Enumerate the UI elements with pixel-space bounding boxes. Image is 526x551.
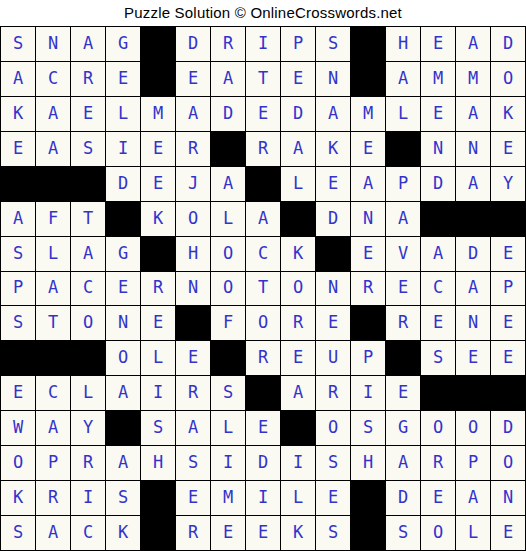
- letter-cell-r2c12: A: [386, 62, 420, 96]
- letter-cell-r11c5: I: [141, 376, 175, 410]
- block-cell-r10c3: [71, 341, 105, 375]
- letter-cell-r8c8: T: [246, 272, 280, 306]
- letter-cell-r15c9: K: [281, 516, 315, 550]
- letter-cell-r7c6: H: [176, 237, 210, 271]
- block-cell-r1c5: [141, 27, 175, 61]
- letter-cell-r4c6: R: [176, 132, 210, 166]
- letter-cell-r2c1: A: [1, 62, 35, 96]
- letter-cell-r11c6: R: [176, 376, 210, 410]
- letter-cell-r8c7: O: [211, 272, 245, 306]
- letter-cell-r9c3: O: [71, 306, 105, 340]
- block-cell-r11c14: [456, 376, 490, 410]
- letter-cell-r13c11: H: [351, 446, 385, 480]
- letter-cell-r15c3: C: [71, 516, 105, 550]
- block-cell-r2c11: [351, 62, 385, 96]
- crossword-grid: SNAGDRIPSHEADACREEATENAMMOKAELMADEDAMLEA…: [0, 26, 526, 551]
- block-cell-r11c15: [491, 376, 525, 410]
- letter-cell-r7c8: C: [246, 237, 280, 271]
- letter-cell-r13c6: S: [176, 446, 210, 480]
- letter-cell-r2c10: N: [316, 62, 350, 96]
- letter-cell-r11c4: A: [106, 376, 140, 410]
- block-cell-r10c12: [386, 341, 420, 375]
- letter-cell-r5c7: A: [211, 167, 245, 201]
- letter-cell-r14c7: M: [211, 481, 245, 515]
- letter-cell-r10c6: E: [176, 341, 210, 375]
- letter-cell-r13c7: I: [211, 446, 245, 480]
- letter-cell-r2c7: A: [211, 62, 245, 96]
- letter-cell-r9c13: E: [421, 306, 455, 340]
- letter-cell-r11c10: R: [316, 376, 350, 410]
- letter-cell-r4c3: S: [71, 132, 105, 166]
- letter-cell-r14c13: E: [421, 481, 455, 515]
- block-cell-r4c7: [211, 132, 245, 166]
- letter-cell-r8c15: P: [491, 272, 525, 306]
- block-cell-r9c6: [176, 306, 210, 340]
- block-cell-r2c5: [141, 62, 175, 96]
- letter-cell-r13c15: O: [491, 446, 525, 480]
- letter-cell-r13c8: D: [246, 446, 280, 480]
- letter-cell-r6c1: A: [1, 202, 35, 236]
- letter-cell-r12c3: Y: [71, 411, 105, 445]
- block-cell-r5c1: [1, 167, 35, 201]
- letter-cell-r4c9: A: [281, 132, 315, 166]
- letter-cell-r12c7: L: [211, 411, 245, 445]
- letter-cell-r4c5: E: [141, 132, 175, 166]
- letter-cell-r7c7: O: [211, 237, 245, 271]
- letter-cell-r3c11: M: [351, 97, 385, 131]
- block-cell-r14c5: [141, 481, 175, 515]
- letter-cell-r13c10: S: [316, 446, 350, 480]
- letter-cell-r2c9: E: [281, 62, 315, 96]
- letter-cell-r15c4: K: [106, 516, 140, 550]
- block-cell-r12c4: [106, 411, 140, 445]
- letter-cell-r13c5: H: [141, 446, 175, 480]
- letter-cell-r14c14: A: [456, 481, 490, 515]
- letter-cell-r4c1: E: [1, 132, 35, 166]
- letter-cell-r15c7: E: [211, 516, 245, 550]
- letter-cell-r5c14: A: [456, 167, 490, 201]
- block-cell-r6c15: [491, 202, 525, 236]
- letter-cell-r12c14: O: [456, 411, 490, 445]
- letter-cell-r14c9: L: [281, 481, 315, 515]
- letter-cell-r1c7: R: [211, 27, 245, 61]
- letter-cell-r2c4: E: [106, 62, 140, 96]
- letter-cell-r10c14: E: [456, 341, 490, 375]
- puzzle-title: Puzzle Solution © OnlineCrosswords.net: [0, 0, 526, 26]
- letter-cell-r2c14: M: [456, 62, 490, 96]
- letter-cell-r7c14: D: [456, 237, 490, 271]
- letter-cell-r1c10: S: [316, 27, 350, 61]
- block-cell-r11c13: [421, 376, 455, 410]
- letter-cell-r15c14: L: [456, 516, 490, 550]
- letter-cell-r3c6: A: [176, 97, 210, 131]
- letter-cell-r6c10: D: [316, 202, 350, 236]
- letter-cell-r6c5: K: [141, 202, 175, 236]
- letter-cell-r4c2: A: [36, 132, 70, 166]
- block-cell-r7c5: [141, 237, 175, 271]
- letter-cell-r13c4: A: [106, 446, 140, 480]
- letter-cell-r3c4: L: [106, 97, 140, 131]
- letter-cell-r3c10: A: [316, 97, 350, 131]
- letter-cell-r11c2: C: [36, 376, 70, 410]
- letter-cell-r10c13: S: [421, 341, 455, 375]
- letter-cell-r14c6: E: [176, 481, 210, 515]
- letter-cell-r8c3: C: [71, 272, 105, 306]
- letter-cell-r3c5: M: [141, 97, 175, 131]
- letter-cell-r9c7: F: [211, 306, 245, 340]
- letter-cell-r8c11: R: [351, 272, 385, 306]
- letter-cell-r13c2: P: [36, 446, 70, 480]
- letter-cell-r6c3: T: [71, 202, 105, 236]
- letter-cell-r14c4: S: [106, 481, 140, 515]
- letter-cell-r12c10: O: [316, 411, 350, 445]
- block-cell-r15c11: [351, 516, 385, 550]
- block-cell-r9c11: [351, 306, 385, 340]
- letter-cell-r8c12: E: [386, 272, 420, 306]
- letter-cell-r8c10: N: [316, 272, 350, 306]
- block-cell-r5c8: [246, 167, 280, 201]
- block-cell-r6c14: [456, 202, 490, 236]
- block-cell-r15c5: [141, 516, 175, 550]
- letter-cell-r11c12: E: [386, 376, 420, 410]
- letter-cell-r3c1: K: [1, 97, 35, 131]
- letter-cell-r12c13: O: [421, 411, 455, 445]
- letter-cell-r12c6: A: [176, 411, 210, 445]
- letter-cell-r13c9: I: [281, 446, 315, 480]
- letter-cell-r7c3: A: [71, 237, 105, 271]
- letter-cell-r2c8: T: [246, 62, 280, 96]
- letter-cell-r7c11: E: [351, 237, 385, 271]
- letter-cell-r11c9: A: [281, 376, 315, 410]
- letter-cell-r5c10: E: [316, 167, 350, 201]
- block-cell-r11c8: [246, 376, 280, 410]
- letter-cell-r12c2: A: [36, 411, 70, 445]
- block-cell-r1c11: [351, 27, 385, 61]
- letter-cell-r15c6: R: [176, 516, 210, 550]
- letter-cell-r10c15: E: [491, 341, 525, 375]
- block-cell-r14c11: [351, 481, 385, 515]
- letter-cell-r1c4: G: [106, 27, 140, 61]
- letter-cell-r8c6: N: [176, 272, 210, 306]
- letter-cell-r7c2: L: [36, 237, 70, 271]
- letter-cell-r1c1: S: [1, 27, 35, 61]
- letter-cell-r9c14: N: [456, 306, 490, 340]
- puzzle-page: Puzzle Solution © OnlineCrosswords.net S…: [0, 0, 526, 551]
- letter-cell-r8c1: P: [1, 272, 35, 306]
- letter-cell-r5c11: A: [351, 167, 385, 201]
- letter-cell-r5c5: E: [141, 167, 175, 201]
- letter-cell-r10c4: O: [106, 341, 140, 375]
- letter-cell-r7c4: G: [106, 237, 140, 271]
- letter-cell-r4c13: N: [421, 132, 455, 166]
- letter-cell-r6c7: L: [211, 202, 245, 236]
- letter-cell-r5c4: D: [106, 167, 140, 201]
- letter-cell-r11c3: L: [71, 376, 105, 410]
- letter-cell-r13c14: P: [456, 446, 490, 480]
- letter-cell-r13c3: R: [71, 446, 105, 480]
- letter-cell-r6c11: N: [351, 202, 385, 236]
- letter-cell-r8c4: E: [106, 272, 140, 306]
- block-cell-r10c7: [211, 341, 245, 375]
- letter-cell-r10c5: L: [141, 341, 175, 375]
- letter-cell-r5c12: P: [386, 167, 420, 201]
- letter-cell-r15c10: S: [316, 516, 350, 550]
- letter-cell-r8c14: A: [456, 272, 490, 306]
- letter-cell-r7c9: K: [281, 237, 315, 271]
- letter-cell-r9c9: R: [281, 306, 315, 340]
- letter-cell-r1c15: D: [491, 27, 525, 61]
- letter-cell-r12c15: D: [491, 411, 525, 445]
- letter-cell-r11c11: I: [351, 376, 385, 410]
- letter-cell-r6c12: A: [386, 202, 420, 236]
- letter-cell-r2c15: O: [491, 62, 525, 96]
- letter-cell-r14c12: D: [386, 481, 420, 515]
- letter-cell-r1c14: A: [456, 27, 490, 61]
- letter-cell-r14c8: I: [246, 481, 280, 515]
- letter-cell-r3c3: E: [71, 97, 105, 131]
- letter-cell-r4c10: K: [316, 132, 350, 166]
- letter-cell-r3c12: L: [386, 97, 420, 131]
- letter-cell-r15c13: O: [421, 516, 455, 550]
- letter-cell-r14c10: E: [316, 481, 350, 515]
- letter-cell-r4c4: I: [106, 132, 140, 166]
- block-cell-r4c12: [386, 132, 420, 166]
- block-cell-r5c3: [71, 167, 105, 201]
- letter-cell-r2c6: E: [176, 62, 210, 96]
- letter-cell-r1c8: I: [246, 27, 280, 61]
- letter-cell-r9c15: E: [491, 306, 525, 340]
- letter-cell-r2c2: C: [36, 62, 70, 96]
- block-cell-r5c2: [36, 167, 70, 201]
- letter-cell-r13c1: O: [1, 446, 35, 480]
- letter-cell-r8c2: A: [36, 272, 70, 306]
- letter-cell-r9c12: R: [386, 306, 420, 340]
- letter-cell-r8c13: C: [421, 272, 455, 306]
- letter-cell-r3c14: A: [456, 97, 490, 131]
- letter-cell-r5c13: D: [421, 167, 455, 201]
- letter-cell-r2c3: R: [71, 62, 105, 96]
- letter-cell-r15c2: A: [36, 516, 70, 550]
- letter-cell-r15c12: S: [386, 516, 420, 550]
- letter-cell-r3c2: A: [36, 97, 70, 131]
- letter-cell-r4c15: E: [491, 132, 525, 166]
- letter-cell-r9c1: S: [1, 306, 35, 340]
- letter-cell-r5c6: J: [176, 167, 210, 201]
- letter-cell-r4c11: E: [351, 132, 385, 166]
- block-cell-r10c1: [1, 341, 35, 375]
- letter-cell-r1c13: E: [421, 27, 455, 61]
- letter-cell-r8c5: R: [141, 272, 175, 306]
- letter-cell-r3c8: E: [246, 97, 280, 131]
- letter-cell-r3c13: E: [421, 97, 455, 131]
- letter-cell-r5c9: L: [281, 167, 315, 201]
- letter-cell-r7c12: V: [386, 237, 420, 271]
- letter-cell-r7c15: E: [491, 237, 525, 271]
- letter-cell-r12c1: W: [1, 411, 35, 445]
- letter-cell-r10c10: U: [316, 341, 350, 375]
- letter-cell-r10c8: R: [246, 341, 280, 375]
- letter-cell-r3c15: K: [491, 97, 525, 131]
- letter-cell-r9c4: N: [106, 306, 140, 340]
- letter-cell-r9c8: O: [246, 306, 280, 340]
- letter-cell-r13c13: R: [421, 446, 455, 480]
- letter-cell-r15c8: E: [246, 516, 280, 550]
- letter-cell-r6c6: O: [176, 202, 210, 236]
- letter-cell-r15c1: S: [1, 516, 35, 550]
- block-cell-r6c9: [281, 202, 315, 236]
- letter-cell-r9c5: E: [141, 306, 175, 340]
- letter-cell-r2c13: M: [421, 62, 455, 96]
- letter-cell-r12c12: G: [386, 411, 420, 445]
- letter-cell-r6c8: A: [246, 202, 280, 236]
- block-cell-r7c10: [316, 237, 350, 271]
- letter-cell-r6c2: F: [36, 202, 70, 236]
- letter-cell-r11c7: S: [211, 376, 245, 410]
- letter-cell-r3c9: D: [281, 97, 315, 131]
- letter-cell-r7c1: S: [1, 237, 35, 271]
- block-cell-r12c9: [281, 411, 315, 445]
- letter-cell-r14c2: R: [36, 481, 70, 515]
- letter-cell-r14c1: K: [1, 481, 35, 515]
- letter-cell-r12c11: S: [351, 411, 385, 445]
- letter-cell-r9c10: E: [316, 306, 350, 340]
- letter-cell-r8c9: O: [281, 272, 315, 306]
- letter-cell-r11c1: E: [1, 376, 35, 410]
- letter-cell-r10c9: E: [281, 341, 315, 375]
- block-cell-r10c2: [36, 341, 70, 375]
- letter-cell-r4c8: R: [246, 132, 280, 166]
- letter-cell-r1c12: H: [386, 27, 420, 61]
- letter-cell-r14c3: I: [71, 481, 105, 515]
- block-cell-r6c13: [421, 202, 455, 236]
- letter-cell-r1c3: A: [71, 27, 105, 61]
- letter-cell-r4c14: N: [456, 132, 490, 166]
- letter-cell-r5c15: Y: [491, 167, 525, 201]
- letter-cell-r13c12: A: [386, 446, 420, 480]
- block-cell-r6c4: [106, 202, 140, 236]
- letter-cell-r1c9: P: [281, 27, 315, 61]
- letter-cell-r12c8: E: [246, 411, 280, 445]
- letter-cell-r1c6: D: [176, 27, 210, 61]
- letter-cell-r9c2: T: [36, 306, 70, 340]
- letter-cell-r1c2: N: [36, 27, 70, 61]
- letter-cell-r15c15: E: [491, 516, 525, 550]
- letter-cell-r7c13: A: [421, 237, 455, 271]
- letter-cell-r14c15: N: [491, 481, 525, 515]
- letter-cell-r3c7: D: [211, 97, 245, 131]
- letter-cell-r12c5: S: [141, 411, 175, 445]
- letter-cell-r10c11: P: [351, 341, 385, 375]
